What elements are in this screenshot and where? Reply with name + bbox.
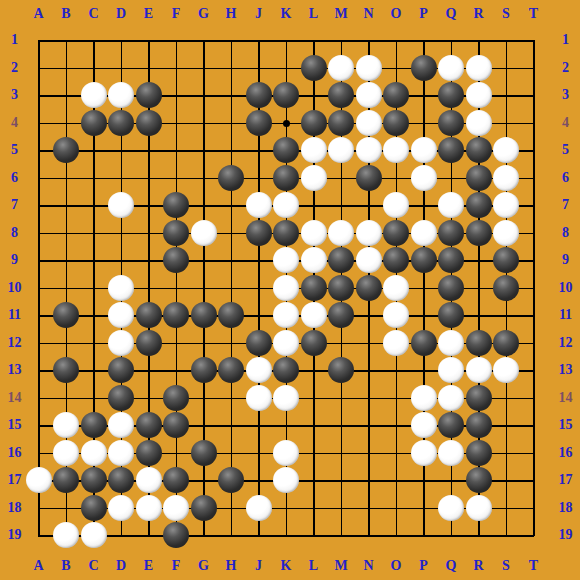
- stone-black-K8[interactable]: [273, 220, 299, 246]
- stone-black-R12[interactable]: [466, 330, 492, 356]
- coord-label-right-16: 16: [553, 444, 579, 462]
- coord-label-right-13: 13: [553, 361, 579, 379]
- stone-white-Q14[interactable]: [438, 385, 464, 411]
- stone-white-L5[interactable]: [301, 137, 327, 163]
- coord-label-right-10: 10: [553, 279, 579, 297]
- stone-black-D4[interactable]: [108, 110, 134, 136]
- stone-black-Q4[interactable]: [438, 110, 464, 136]
- stone-black-F19[interactable]: [163, 522, 189, 548]
- stone-white-N3[interactable]: [356, 82, 382, 108]
- stone-black-L12[interactable]: [301, 330, 327, 356]
- stone-black-Q8[interactable]: [438, 220, 464, 246]
- stone-black-R17[interactable]: [466, 467, 492, 493]
- stone-black-G11[interactable]: [191, 302, 217, 328]
- stone-white-N4[interactable]: [356, 110, 382, 136]
- coord-label-bottom-P: P: [411, 557, 437, 575]
- stone-black-N10[interactable]: [356, 275, 382, 301]
- stone-white-R13[interactable]: [466, 357, 492, 383]
- stone-black-E4[interactable]: [136, 110, 162, 136]
- stone-black-C18[interactable]: [81, 495, 107, 521]
- stone-black-P12[interactable]: [411, 330, 437, 356]
- stone-black-F8[interactable]: [163, 220, 189, 246]
- coord-label-top-J: J: [246, 5, 272, 23]
- stone-black-K3[interactable]: [273, 82, 299, 108]
- coord-label-top-K: K: [273, 5, 299, 23]
- coord-label-top-Q: Q: [438, 5, 464, 23]
- stone-white-M5[interactable]: [328, 137, 354, 163]
- coord-label-bottom-R: R: [466, 557, 492, 575]
- grid-line-horizontal: [38, 535, 534, 537]
- coord-label-left-10: 10: [2, 279, 28, 297]
- stone-white-R18[interactable]: [466, 495, 492, 521]
- stone-black-E11[interactable]: [136, 302, 162, 328]
- coord-label-right-8: 8: [553, 224, 579, 242]
- stone-white-C16[interactable]: [81, 440, 107, 466]
- stone-black-Q11[interactable]: [438, 302, 464, 328]
- stone-white-B19[interactable]: [53, 522, 79, 548]
- stone-white-R2[interactable]: [466, 55, 492, 81]
- stone-black-R15[interactable]: [466, 412, 492, 438]
- stone-black-O8[interactable]: [383, 220, 409, 246]
- stone-white-S7[interactable]: [493, 192, 519, 218]
- stone-white-L11[interactable]: [301, 302, 327, 328]
- coord-label-bottom-F: F: [163, 557, 189, 575]
- stone-black-E12[interactable]: [136, 330, 162, 356]
- stone-black-M13[interactable]: [328, 357, 354, 383]
- stone-black-R14[interactable]: [466, 385, 492, 411]
- stone-black-Q10[interactable]: [438, 275, 464, 301]
- coord-label-left-18: 18: [2, 499, 28, 517]
- stone-white-P15[interactable]: [411, 412, 437, 438]
- stone-black-O9[interactable]: [383, 247, 409, 273]
- coord-label-right-11: 11: [553, 306, 579, 324]
- stone-black-R8[interactable]: [466, 220, 492, 246]
- stone-black-R16[interactable]: [466, 440, 492, 466]
- stone-black-G13[interactable]: [191, 357, 217, 383]
- stone-white-S5[interactable]: [493, 137, 519, 163]
- coord-label-left-17: 17: [2, 471, 28, 489]
- stone-white-K16[interactable]: [273, 440, 299, 466]
- stone-black-B5[interactable]: [53, 137, 79, 163]
- coord-label-left-12: 12: [2, 334, 28, 352]
- stone-black-O3[interactable]: [383, 82, 409, 108]
- stone-white-N9[interactable]: [356, 247, 382, 273]
- grid-line-vertical: [533, 40, 535, 536]
- stone-black-L2[interactable]: [301, 55, 327, 81]
- stone-black-J3[interactable]: [246, 82, 272, 108]
- stone-black-L10[interactable]: [301, 275, 327, 301]
- coord-label-right-4: 4: [553, 114, 579, 132]
- stone-black-F7[interactable]: [163, 192, 189, 218]
- coord-label-top-R: R: [466, 5, 492, 23]
- coord-label-bottom-C: C: [81, 557, 107, 575]
- stone-black-G18[interactable]: [191, 495, 217, 521]
- stone-black-R7[interactable]: [466, 192, 492, 218]
- stone-white-C3[interactable]: [81, 82, 107, 108]
- stone-black-P2[interactable]: [411, 55, 437, 81]
- coord-label-left-9: 9: [2, 251, 28, 269]
- stone-white-P8[interactable]: [411, 220, 437, 246]
- stone-black-S9[interactable]: [493, 247, 519, 273]
- coord-label-right-18: 18: [553, 499, 579, 517]
- stone-white-J13[interactable]: [246, 357, 272, 383]
- stone-white-D15[interactable]: [108, 412, 134, 438]
- stone-black-H6[interactable]: [218, 165, 244, 191]
- coord-label-left-7: 7: [2, 196, 28, 214]
- coord-label-top-E: E: [136, 5, 162, 23]
- stone-white-P14[interactable]: [411, 385, 437, 411]
- stone-black-R6[interactable]: [466, 165, 492, 191]
- stone-black-B13[interactable]: [53, 357, 79, 383]
- coord-label-bottom-L: L: [301, 557, 327, 575]
- stone-white-Q7[interactable]: [438, 192, 464, 218]
- coord-label-right-15: 15: [553, 416, 579, 434]
- stone-white-C19[interactable]: [81, 522, 107, 548]
- coord-label-right-5: 5: [553, 141, 579, 159]
- stone-black-M9[interactable]: [328, 247, 354, 273]
- stone-black-Q3[interactable]: [438, 82, 464, 108]
- stone-white-Q13[interactable]: [438, 357, 464, 383]
- stone-white-O10[interactable]: [383, 275, 409, 301]
- star-point-K4: [283, 120, 290, 127]
- stone-black-G16[interactable]: [191, 440, 217, 466]
- coord-label-right-6: 6: [553, 169, 579, 187]
- coord-label-top-D: D: [108, 5, 134, 23]
- stone-black-S10[interactable]: [493, 275, 519, 301]
- stone-black-D17[interactable]: [108, 467, 134, 493]
- stone-black-H11[interactable]: [218, 302, 244, 328]
- stone-white-K7[interactable]: [273, 192, 299, 218]
- coord-label-bottom-J: J: [246, 557, 272, 575]
- stone-white-R3[interactable]: [466, 82, 492, 108]
- stone-white-S6[interactable]: [493, 165, 519, 191]
- stone-black-J8[interactable]: [246, 220, 272, 246]
- stone-white-B15[interactable]: [53, 412, 79, 438]
- stone-white-P16[interactable]: [411, 440, 437, 466]
- coord-label-top-L: L: [301, 5, 327, 23]
- stone-black-O4[interactable]: [383, 110, 409, 136]
- stone-black-H17[interactable]: [218, 467, 244, 493]
- coord-label-top-N: N: [356, 5, 382, 23]
- stone-white-O5[interactable]: [383, 137, 409, 163]
- stone-black-M3[interactable]: [328, 82, 354, 108]
- coord-label-bottom-Q: Q: [438, 557, 464, 575]
- coord-label-bottom-K: K: [273, 557, 299, 575]
- coord-label-right-1: 1: [553, 31, 579, 49]
- stone-black-F9[interactable]: [163, 247, 189, 273]
- coord-label-left-14: 14: [2, 389, 28, 407]
- coord-label-bottom-E: E: [136, 557, 162, 575]
- coord-label-left-5: 5: [2, 141, 28, 159]
- stone-black-C15[interactable]: [81, 412, 107, 438]
- stone-white-E17[interactable]: [136, 467, 162, 493]
- stone-white-P6[interactable]: [411, 165, 437, 191]
- coord-label-left-8: 8: [2, 224, 28, 242]
- stone-white-D18[interactable]: [108, 495, 134, 521]
- stone-black-D13[interactable]: [108, 357, 134, 383]
- stone-white-D16[interactable]: [108, 440, 134, 466]
- coord-label-bottom-B: B: [53, 557, 79, 575]
- stone-black-K5[interactable]: [273, 137, 299, 163]
- stone-white-K11[interactable]: [273, 302, 299, 328]
- stone-black-Q5[interactable]: [438, 137, 464, 163]
- stone-white-B16[interactable]: [53, 440, 79, 466]
- stone-white-O12[interactable]: [383, 330, 409, 356]
- stone-black-F15[interactable]: [163, 412, 189, 438]
- coord-label-right-12: 12: [553, 334, 579, 352]
- stone-white-K12[interactable]: [273, 330, 299, 356]
- stone-black-S12[interactable]: [493, 330, 519, 356]
- stone-black-E3[interactable]: [136, 82, 162, 108]
- stone-white-L9[interactable]: [301, 247, 327, 273]
- coord-label-right-3: 3: [553, 86, 579, 104]
- coord-label-top-O: O: [383, 5, 409, 23]
- coord-label-bottom-H: H: [218, 557, 244, 575]
- stone-black-M4[interactable]: [328, 110, 354, 136]
- stone-white-Q12[interactable]: [438, 330, 464, 356]
- coord-label-left-19: 19: [2, 526, 28, 544]
- coord-label-top-T: T: [521, 5, 547, 23]
- stone-black-D14[interactable]: [108, 385, 134, 411]
- coord-label-right-7: 7: [553, 196, 579, 214]
- coord-label-top-B: B: [53, 5, 79, 23]
- coord-label-top-A: A: [26, 5, 52, 23]
- stone-white-J14[interactable]: [246, 385, 272, 411]
- coord-label-left-1: 1: [2, 31, 28, 49]
- stone-black-J4[interactable]: [246, 110, 272, 136]
- stone-white-D3[interactable]: [108, 82, 134, 108]
- coord-label-top-G: G: [191, 5, 217, 23]
- stone-white-L6[interactable]: [301, 165, 327, 191]
- coord-label-left-3: 3: [2, 86, 28, 104]
- coord-label-right-17: 17: [553, 471, 579, 489]
- go-board-app: ABCDEFGHJKLMNOPQRST ABCDEFGHJKLMNOPQRST …: [0, 0, 580, 580]
- coord-label-left-4: 4: [2, 114, 28, 132]
- stone-black-C4[interactable]: [81, 110, 107, 136]
- coord-label-top-F: F: [163, 5, 189, 23]
- stone-white-F18[interactable]: [163, 495, 189, 521]
- stone-white-S13[interactable]: [493, 357, 519, 383]
- stone-white-K14[interactable]: [273, 385, 299, 411]
- stone-white-A17[interactable]: [26, 467, 52, 493]
- stone-black-M11[interactable]: [328, 302, 354, 328]
- stone-black-H13[interactable]: [218, 357, 244, 383]
- coord-label-left-16: 16: [2, 444, 28, 462]
- coord-label-right-9: 9: [553, 251, 579, 269]
- stone-white-D7[interactable]: [108, 192, 134, 218]
- stone-white-N2[interactable]: [356, 55, 382, 81]
- stone-white-S8[interactable]: [493, 220, 519, 246]
- coord-label-right-19: 19: [553, 526, 579, 544]
- stone-black-M10[interactable]: [328, 275, 354, 301]
- stone-white-O11[interactable]: [383, 302, 409, 328]
- stone-black-K6[interactable]: [273, 165, 299, 191]
- stone-white-D10[interactable]: [108, 275, 134, 301]
- stone-white-J18[interactable]: [246, 495, 272, 521]
- stone-black-Q15[interactable]: [438, 412, 464, 438]
- coord-label-bottom-T: T: [521, 557, 547, 575]
- coord-label-top-C: C: [81, 5, 107, 23]
- coord-label-left-13: 13: [2, 361, 28, 379]
- coord-label-right-2: 2: [553, 59, 579, 77]
- coord-label-left-6: 6: [2, 169, 28, 187]
- stone-black-K13[interactable]: [273, 357, 299, 383]
- stone-black-J12[interactable]: [246, 330, 272, 356]
- coord-label-top-P: P: [411, 5, 437, 23]
- coord-label-top-M: M: [328, 5, 354, 23]
- coord-label-bottom-G: G: [191, 557, 217, 575]
- stone-black-E16[interactable]: [136, 440, 162, 466]
- stone-white-Q2[interactable]: [438, 55, 464, 81]
- stone-black-R5[interactable]: [466, 137, 492, 163]
- coord-label-top-H: H: [218, 5, 244, 23]
- stone-white-Q16[interactable]: [438, 440, 464, 466]
- coord-label-bottom-O: O: [383, 557, 409, 575]
- coord-label-left-15: 15: [2, 416, 28, 434]
- stone-white-K9[interactable]: [273, 247, 299, 273]
- coord-label-right-14: 14: [553, 389, 579, 407]
- stone-black-E15[interactable]: [136, 412, 162, 438]
- stone-white-K10[interactable]: [273, 275, 299, 301]
- stone-black-C17[interactable]: [81, 467, 107, 493]
- stone-black-L4[interactable]: [301, 110, 327, 136]
- stone-black-P9[interactable]: [411, 247, 437, 273]
- stone-black-F17[interactable]: [163, 467, 189, 493]
- coord-label-bottom-D: D: [108, 557, 134, 575]
- stone-white-R4[interactable]: [466, 110, 492, 136]
- coord-label-bottom-N: N: [356, 557, 382, 575]
- stone-white-G8[interactable]: [191, 220, 217, 246]
- stone-black-F14[interactable]: [163, 385, 189, 411]
- stone-white-N8[interactable]: [356, 220, 382, 246]
- coord-label-bottom-S: S: [493, 557, 519, 575]
- coord-label-bottom-A: A: [26, 557, 52, 575]
- stone-black-F11[interactable]: [163, 302, 189, 328]
- stone-white-D12[interactable]: [108, 330, 134, 356]
- stone-white-L8[interactable]: [301, 220, 327, 246]
- stone-white-O7[interactable]: [383, 192, 409, 218]
- coord-label-top-S: S: [493, 5, 519, 23]
- stone-black-B17[interactable]: [53, 467, 79, 493]
- stone-white-Q18[interactable]: [438, 495, 464, 521]
- stone-white-J7[interactable]: [246, 192, 272, 218]
- stone-white-M2[interactable]: [328, 55, 354, 81]
- coord-label-bottom-M: M: [328, 557, 354, 575]
- stone-black-B11[interactable]: [53, 302, 79, 328]
- coord-label-left-11: 11: [2, 306, 28, 324]
- stone-white-N5[interactable]: [356, 137, 382, 163]
- stone-white-E18[interactable]: [136, 495, 162, 521]
- stone-white-M8[interactable]: [328, 220, 354, 246]
- stone-black-Q9[interactable]: [438, 247, 464, 273]
- coord-label-left-2: 2: [2, 59, 28, 77]
- stone-white-D11[interactable]: [108, 302, 134, 328]
- stone-white-P5[interactable]: [411, 137, 437, 163]
- stone-black-N6[interactable]: [356, 165, 382, 191]
- stone-white-K17[interactable]: [273, 467, 299, 493]
